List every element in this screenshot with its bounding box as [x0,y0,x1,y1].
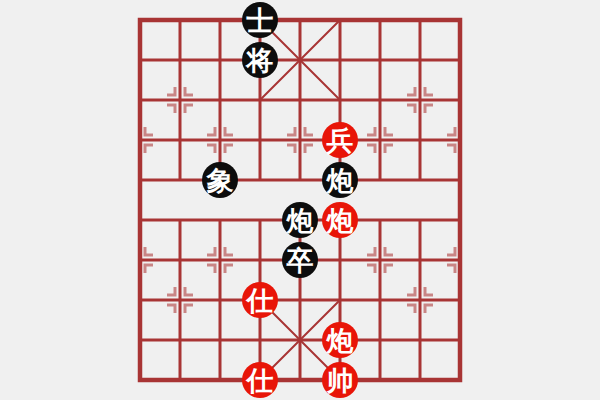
piece-black-general[interactable]: 将 [242,42,278,78]
piece-glyph: 将 [247,48,274,75]
piece-glyph: 炮 [327,168,354,195]
board-point: 将 [240,40,280,80]
piece-glyph: 炮 [327,328,354,355]
xiangqi-board[interactable]: 士将兵象炮炮炮卒仕炮仕帅 [120,0,480,400]
board-point: 士 [240,0,280,40]
piece-red-pawn[interactable]: 兵 [322,122,358,158]
board-point: 仕 [240,360,280,400]
board-point: 卒 [280,240,320,280]
piece-red-cannon[interactable]: 炮 [322,322,358,358]
board-point: 炮 [320,160,360,200]
piece-glyph: 仕 [247,368,274,395]
board-point: 炮 [320,200,360,240]
piece-black-elephant[interactable]: 象 [202,162,238,198]
piece-red-advisor[interactable]: 仕 [242,282,278,318]
piece-glyph: 象 [207,168,234,195]
board-point: 仕 [240,280,280,320]
piece-red-general[interactable]: 帅 [322,362,358,398]
piece-glyph: 炮 [327,208,354,235]
piece-black-cannon[interactable]: 炮 [322,162,358,198]
board-point: 象 [200,160,240,200]
piece-glyph: 炮 [287,208,314,235]
piece-glyph: 帅 [327,368,354,395]
piece-glyph: 仕 [247,288,274,315]
piece-red-advisor[interactable]: 仕 [242,362,278,398]
board-point: 帅 [320,360,360,400]
piece-glyph: 卒 [287,248,314,275]
xiangqi-board-screen: 士将兵象炮炮炮卒仕炮仕帅 [0,0,600,400]
board-point: 炮 [320,320,360,360]
board-point: 兵 [320,120,360,160]
piece-black-cannon[interactable]: 炮 [282,202,318,238]
piece-black-advisor[interactable]: 士 [242,2,278,38]
piece-red-cannon[interactable]: 炮 [322,202,358,238]
piece-black-pawn[interactable]: 卒 [282,242,318,278]
piece-glyph: 士 [247,8,274,35]
piece-glyph: 兵 [327,128,354,155]
board-point: 炮 [280,200,320,240]
